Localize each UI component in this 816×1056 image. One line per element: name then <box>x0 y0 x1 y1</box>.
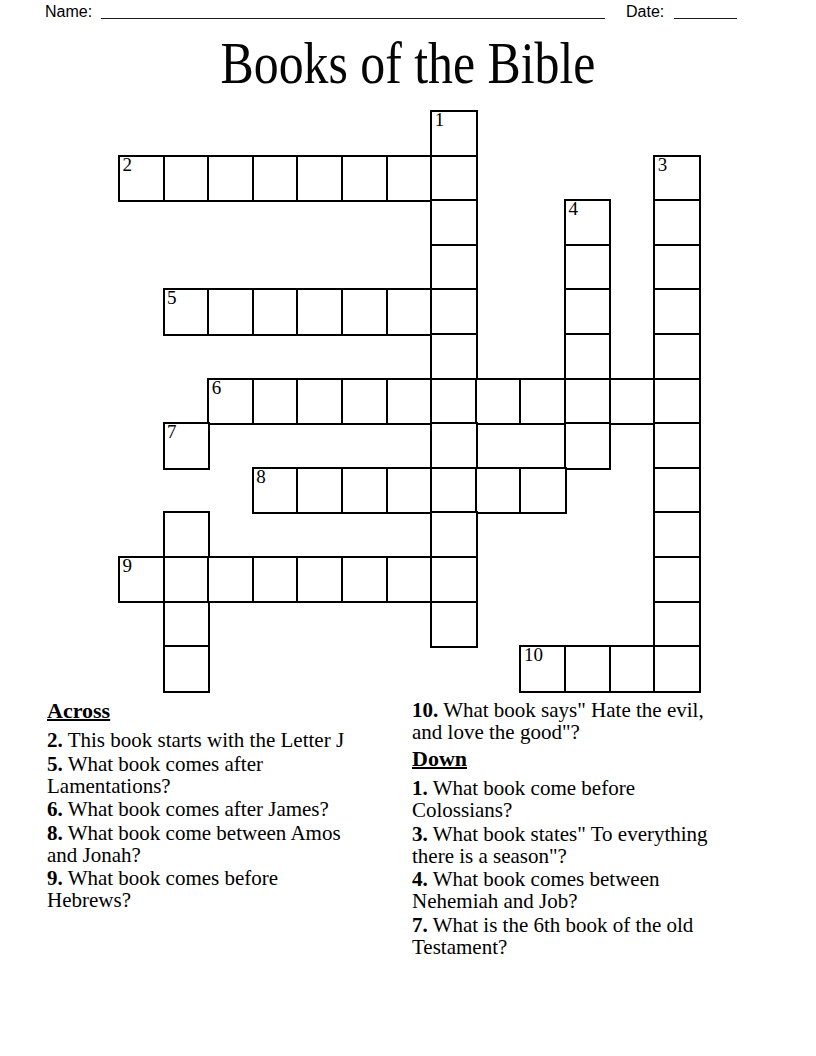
clue-number-1: 1. <box>412 776 428 800</box>
clue-text: What book states" To everything there is… <box>412 822 708 868</box>
grid-cell-r6c10[interactable] <box>564 378 611 425</box>
grid-cell-r1c6[interactable] <box>386 155 433 202</box>
grid-cell-r3c10[interactable] <box>564 244 611 291</box>
grid-cell-r3c12[interactable] <box>653 244 700 291</box>
grid-cell-r0c7[interactable]: 1 <box>430 110 477 157</box>
clue-number-9: 9. <box>47 866 63 890</box>
clue-number-3: 3. <box>412 822 428 846</box>
grid-cell-r10c1[interactable] <box>163 556 210 603</box>
crossword-worksheet: Name: Date: Books of the Bible 123456789… <box>0 0 816 1056</box>
across-clues-column: Across 2. This book starts with the Lett… <box>47 699 392 913</box>
grid-cell-r5c7[interactable] <box>430 333 477 380</box>
grid-cell-r11c12[interactable] <box>653 601 700 648</box>
clue-across-6: 6. What book comes after James? <box>47 798 392 820</box>
grid-cell-r9c12[interactable] <box>653 511 700 558</box>
clue-across-2: 2. This book starts with the Letter J <box>47 729 392 751</box>
grid-cell-r6c3[interactable] <box>252 378 299 425</box>
grid-cell-r6c9[interactable] <box>519 378 566 425</box>
grid-cell-r10c3[interactable] <box>252 556 299 603</box>
grid-cell-r6c8[interactable] <box>475 378 522 425</box>
grid-cell-r4c7[interactable] <box>430 288 477 335</box>
grid-cell-r8c4[interactable] <box>296 467 343 514</box>
grid-cell-r6c7[interactable] <box>430 378 477 425</box>
grid-cell-r6c11[interactable] <box>609 378 656 425</box>
grid-clue-number-4: 4 <box>569 198 579 220</box>
grid-cell-r8c5[interactable] <box>341 467 388 514</box>
grid-cell-r4c3[interactable] <box>252 288 299 335</box>
grid-cell-r7c10[interactable] <box>564 422 611 469</box>
grid-cell-r7c12[interactable] <box>653 422 700 469</box>
clue-number-5: 5. <box>47 752 63 776</box>
grid-cell-r9c7[interactable] <box>430 511 477 558</box>
clue-text: What book says" Hate the evil, and love … <box>412 698 704 744</box>
grid-cell-r11c7[interactable] <box>430 601 477 648</box>
grid-cell-r1c1[interactable] <box>163 155 210 202</box>
clue-text: What book comes before Hebrews? <box>47 866 278 912</box>
grid-cell-r9c1[interactable] <box>163 511 210 558</box>
grid-cell-r10c4[interactable] <box>296 556 343 603</box>
grid-cell-r8c6[interactable] <box>386 467 433 514</box>
grid-clue-number-9: 9 <box>123 555 133 577</box>
clue-text: What book comes after Lamentations? <box>47 752 263 798</box>
clue-number-8: 8. <box>47 821 63 845</box>
grid-cell-r4c2[interactable] <box>207 288 254 335</box>
grid-cell-r10c6[interactable] <box>386 556 433 603</box>
grid-cell-r4c6[interactable] <box>386 288 433 335</box>
clue-number-4: 4. <box>412 867 428 891</box>
clue-number-7: 7. <box>412 913 428 937</box>
grid-clue-number-7: 7 <box>167 421 177 443</box>
clue-text: What book come between Amos and Jonah? <box>47 821 341 867</box>
grid-cell-r4c10[interactable] <box>564 288 611 335</box>
grid-cell-r10c12[interactable] <box>653 556 700 603</box>
grid-cell-r4c4[interactable] <box>296 288 343 335</box>
grid-cell-r4c1[interactable]: 5 <box>163 288 210 335</box>
grid-cell-r4c12[interactable] <box>653 288 700 335</box>
grid-cell-r2c12[interactable] <box>653 199 700 246</box>
grid-cell-r8c7[interactable] <box>430 467 477 514</box>
clue-across-10: 10. What book says" Hate the evil, and l… <box>412 699 757 743</box>
grid-cell-r6c5[interactable] <box>341 378 388 425</box>
grid-cell-r8c9[interactable] <box>519 467 566 514</box>
clue-number-10: 10. <box>412 698 438 722</box>
grid-clue-number-3: 3 <box>658 154 668 176</box>
clue-number-2: 2. <box>47 728 63 752</box>
grid-cell-r1c12[interactable]: 3 <box>653 155 700 202</box>
grid-cell-r10c2[interactable] <box>207 556 254 603</box>
grid-cell-r8c8[interactable] <box>475 467 522 514</box>
clue-across-8: 8. What book come between Amos and Jonah… <box>47 822 392 866</box>
clue-text: What book comes between Nehemiah and Job… <box>412 867 659 913</box>
clue-number-6: 6. <box>47 797 63 821</box>
grid-clue-number-8: 8 <box>256 466 266 488</box>
grid-cell-r11c1[interactable] <box>163 601 210 648</box>
grid-cell-r8c12[interactable] <box>653 467 700 514</box>
across-heading: Across <box>47 699 392 723</box>
clue-text: What book comes after James? <box>68 797 329 821</box>
clue-down-3: 3. What book states" To everything there… <box>412 823 757 867</box>
grid-cell-r5c12[interactable] <box>653 333 700 380</box>
grid-cell-r12c10[interactable] <box>564 645 611 692</box>
grid-cell-r12c11[interactable] <box>609 645 656 692</box>
grid-cell-r5c10[interactable] <box>564 333 611 380</box>
clue-text: This book starts with the Letter J <box>68 728 344 752</box>
clue-across-5: 5. What book comes after Lamentations? <box>47 753 392 797</box>
grid-cell-r6c12[interactable] <box>653 378 700 425</box>
clue-down-4: 4. What book comes between Nehemiah and … <box>412 868 757 912</box>
grid-clue-number-10: 10 <box>524 644 543 666</box>
clue-down-1: 1. What book come before Colossians? <box>412 777 757 821</box>
grid-clue-number-6: 6 <box>212 377 222 399</box>
grid-clue-number-1: 1 <box>435 109 445 131</box>
grid-cell-r3c7[interactable] <box>430 244 477 291</box>
clue-text: What is the 6th book of the old Testamen… <box>412 913 693 959</box>
grid-cell-r2c7[interactable] <box>430 199 477 246</box>
grid-cell-r1c7[interactable] <box>430 155 477 202</box>
grid-cell-r2c10[interactable]: 4 <box>564 199 611 246</box>
grid-cell-r1c2[interactable] <box>207 155 254 202</box>
grid-cell-r7c1[interactable]: 7 <box>163 422 210 469</box>
grid-cell-r1c0[interactable]: 2 <box>118 155 165 202</box>
grid-cell-r4c5[interactable] <box>341 288 388 335</box>
grid-cell-r1c4[interactable] <box>296 155 343 202</box>
grid-cell-r10c0[interactable]: 9 <box>118 556 165 603</box>
grid-cell-r1c3[interactable] <box>252 155 299 202</box>
grid-cell-r1c5[interactable] <box>341 155 388 202</box>
clue-across-9: 9. What book comes before Hebrews? <box>47 867 392 911</box>
clue-down-7: 7. What is the 6th book of the old Testa… <box>412 914 757 958</box>
grid-cell-r10c7[interactable] <box>430 556 477 603</box>
grid-cell-r12c1[interactable] <box>163 645 210 692</box>
grid-cell-r10c5[interactable] <box>341 556 388 603</box>
down-heading: Down <box>412 747 757 771</box>
clue-text: What book come before Colossians? <box>412 776 635 822</box>
grid-cell-r6c4[interactable] <box>296 378 343 425</box>
grid-cell-r8c3[interactable]: 8 <box>252 467 299 514</box>
down-clues-column: 10. What book says" Hate the evil, and l… <box>412 699 757 959</box>
grid-clue-number-5: 5 <box>167 287 177 309</box>
grid-cell-r12c12[interactable] <box>653 645 700 692</box>
grid-clue-number-2: 2 <box>123 154 133 176</box>
grid-cell-r6c6[interactable] <box>386 378 433 425</box>
grid-cell-r6c2[interactable]: 6 <box>207 378 254 425</box>
grid-cell-r7c7[interactable] <box>430 422 477 469</box>
grid-cell-r12c9[interactable]: 10 <box>519 645 566 692</box>
